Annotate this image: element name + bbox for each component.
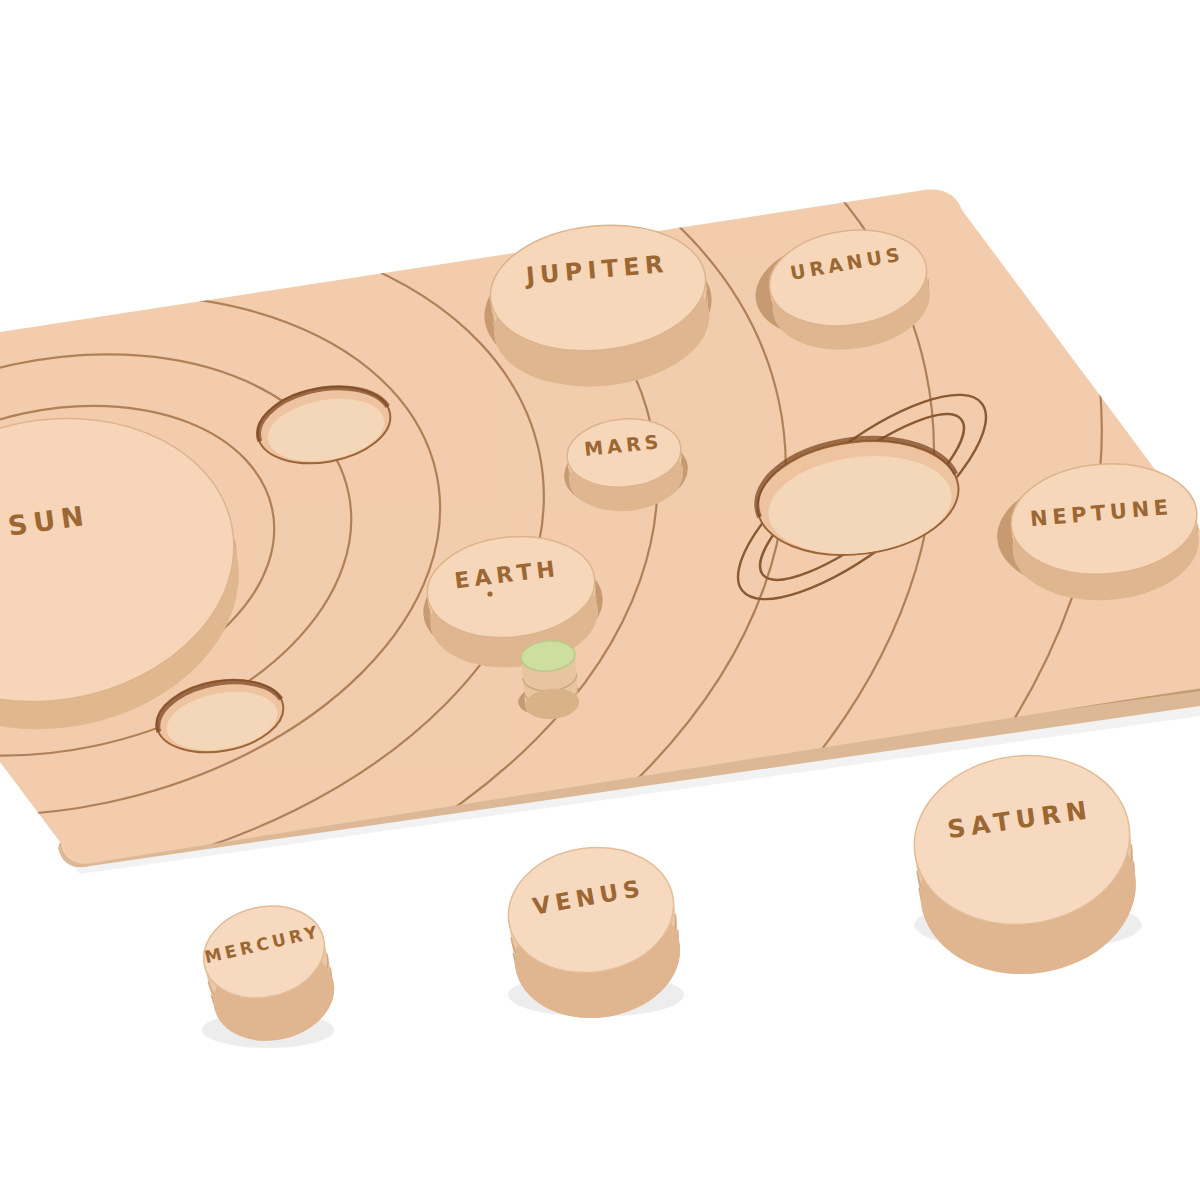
piece-saturn[interactable] [905,743,1146,986]
piece-moon-peg[interactable] [520,639,581,721]
puzzle-photo: SUN JUPITER URANUS MARS EARTH [0,0,1200,1200]
earth-engraved-dot [487,591,492,596]
